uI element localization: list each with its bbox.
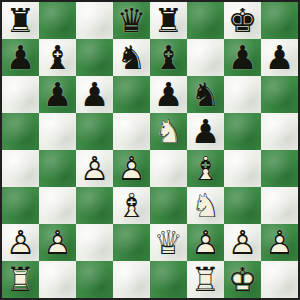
black-bishop[interactable]: ♝ [150,39,187,76]
square-g4[interactable] [224,150,261,187]
square-e1[interactable] [150,261,187,298]
white-knight-outline: ♘ [187,187,224,224]
black-queen[interactable]: ♛ [113,2,150,39]
black-pawn[interactable]: ♟ [187,113,224,150]
square-b2[interactable]: ♟♙ [39,224,76,261]
black-king[interactable]: ♚ [224,2,261,39]
square-e6[interactable]: ♟ [150,76,187,113]
black-rook[interactable]: ♜ [2,2,39,39]
black-pawn[interactable]: ♟ [39,76,76,113]
square-d8[interactable]: ♛ [113,2,150,39]
square-a1[interactable]: ♜♖ [2,261,39,298]
square-c4[interactable]: ♟♙ [76,150,113,187]
square-d4[interactable]: ♟♙ [113,150,150,187]
square-e5[interactable]: ♞♘ [150,113,187,150]
square-c8[interactable] [76,2,113,39]
white-queen-outline: ♕ [150,224,187,261]
square-d6[interactable] [113,76,150,113]
white-rook-outline: ♖ [187,261,224,298]
square-b4[interactable] [39,150,76,187]
white-bishop-outline: ♗ [113,187,150,224]
square-f7[interactable] [187,39,224,76]
square-b8[interactable] [39,2,76,39]
square-h2[interactable]: ♟♙ [261,224,298,261]
square-e3[interactable] [150,187,187,224]
square-f5[interactable]: ♟ [187,113,224,150]
square-g1[interactable]: ♚♔ [224,261,261,298]
square-c2[interactable] [76,224,113,261]
square-c1[interactable] [76,261,113,298]
square-a4[interactable] [2,150,39,187]
square-a5[interactable] [2,113,39,150]
square-h6[interactable] [261,76,298,113]
square-g5[interactable] [224,113,261,150]
square-d1[interactable] [113,261,150,298]
square-c7[interactable] [76,39,113,76]
white-knight-outline: ♘ [150,113,187,150]
black-knight[interactable]: ♞ [113,39,150,76]
square-d5[interactable] [113,113,150,150]
white-rook-outline: ♖ [2,261,39,298]
square-b3[interactable] [39,187,76,224]
square-g8[interactable]: ♚ [224,2,261,39]
square-e7[interactable]: ♝ [150,39,187,76]
black-rook[interactable]: ♜ [150,2,187,39]
black-bishop[interactable]: ♝ [39,39,76,76]
square-h1[interactable] [261,261,298,298]
square-d3[interactable]: ♝♗ [113,187,150,224]
square-h3[interactable] [261,187,298,224]
white-pawn-outline: ♙ [76,150,113,187]
square-b1[interactable] [39,261,76,298]
square-a6[interactable] [2,76,39,113]
square-b5[interactable] [39,113,76,150]
square-g3[interactable] [224,187,261,224]
square-c5[interactable] [76,113,113,150]
white-pawn-outline: ♙ [39,224,76,261]
square-a7[interactable]: ♟ [2,39,39,76]
black-knight[interactable]: ♞ [187,76,224,113]
square-f1[interactable]: ♜♖ [187,261,224,298]
square-c6[interactable]: ♟ [76,76,113,113]
black-pawn[interactable]: ♟ [76,76,113,113]
square-h8[interactable] [261,2,298,39]
square-e4[interactable] [150,150,187,187]
white-pawn-outline: ♙ [261,224,298,261]
square-b6[interactable]: ♟ [39,76,76,113]
square-a3[interactable] [2,187,39,224]
black-pawn[interactable]: ♟ [2,39,39,76]
square-c3[interactable] [76,187,113,224]
square-h5[interactable] [261,113,298,150]
square-e2[interactable]: ♛♕ [150,224,187,261]
square-g6[interactable] [224,76,261,113]
square-f8[interactable] [187,2,224,39]
white-pawn-outline: ♙ [224,224,261,261]
square-f3[interactable]: ♞♘ [187,187,224,224]
white-pawn-outline: ♙ [187,224,224,261]
square-b7[interactable]: ♝ [39,39,76,76]
square-h7[interactable]: ♟ [261,39,298,76]
square-g2[interactable]: ♟♙ [224,224,261,261]
square-d7[interactable]: ♞ [113,39,150,76]
white-bishop-outline: ♗ [187,150,224,187]
square-a8[interactable]: ♜ [2,2,39,39]
square-e8[interactable]: ♜ [150,2,187,39]
square-d2[interactable] [113,224,150,261]
white-pawn-outline: ♙ [2,224,39,261]
square-f2[interactable]: ♟♙ [187,224,224,261]
black-pawn[interactable]: ♟ [224,39,261,76]
square-a2[interactable]: ♟♙ [2,224,39,261]
white-king-outline: ♔ [224,261,261,298]
black-pawn[interactable]: ♟ [150,76,187,113]
black-pawn[interactable]: ♟ [261,39,298,76]
square-f6[interactable]: ♞ [187,76,224,113]
square-g7[interactable]: ♟ [224,39,261,76]
white-pawn-outline: ♙ [113,150,150,187]
square-f4[interactable]: ♝♗ [187,150,224,187]
square-h4[interactable] [261,150,298,187]
chess-board: ♜♛♜♚♟♝♞♝♟♟♟♟♟♞♞♘♟♟♙♟♙♝♗♝♗♞♘♟♙♟♙♛♕♟♙♟♙♟♙♜… [0,0,300,300]
